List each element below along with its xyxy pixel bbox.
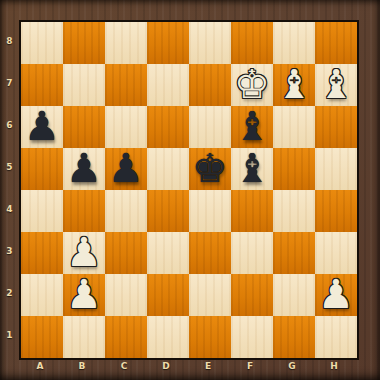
square-f4[interactable]: [231, 190, 273, 232]
square-c3[interactable]: [105, 232, 147, 274]
piece-white-bishop[interactable]: ♝: [276, 63, 312, 105]
square-h5[interactable]: [315, 148, 357, 190]
rank-label-5: 5: [0, 146, 19, 188]
square-a4[interactable]: [21, 190, 63, 232]
piece-white-king[interactable]: ♚: [234, 63, 270, 105]
rank-labels: 87654321: [0, 20, 19, 356]
file-label-c: C: [103, 356, 145, 376]
file-label-f: F: [229, 356, 271, 376]
square-a7[interactable]: [21, 64, 63, 106]
square-c2[interactable]: [105, 274, 147, 316]
square-d7[interactable]: [147, 64, 189, 106]
file-label-h: H: [313, 356, 355, 376]
square-g6[interactable]: [273, 106, 315, 148]
piece-white-pawn[interactable]: ♟: [66, 231, 102, 273]
rank-label-4: 4: [0, 188, 19, 230]
piece-white-bishop[interactable]: ♝: [318, 63, 354, 105]
square-f2[interactable]: [231, 274, 273, 316]
square-e5[interactable]: ♚: [189, 148, 231, 190]
piece-white-pawn[interactable]: ♟: [66, 273, 102, 315]
square-c1[interactable]: [105, 316, 147, 358]
square-c8[interactable]: [105, 22, 147, 64]
square-b6[interactable]: [63, 106, 105, 148]
square-c7[interactable]: [105, 64, 147, 106]
file-label-e: E: [187, 356, 229, 376]
square-f8[interactable]: [231, 22, 273, 64]
rank-label-7: 7: [0, 62, 19, 104]
square-g5[interactable]: [273, 148, 315, 190]
square-e8[interactable]: [189, 22, 231, 64]
chess-board-frame: 87654321 ♚♝♝♟♝♟♟♚♝♟♟♟ ABCDEFGH: [0, 0, 380, 380]
square-b7[interactable]: [63, 64, 105, 106]
square-h8[interactable]: [315, 22, 357, 64]
square-f6[interactable]: ♝: [231, 106, 273, 148]
piece-black-pawn[interactable]: ♟: [108, 147, 144, 189]
square-b2[interactable]: ♟: [63, 274, 105, 316]
square-a6[interactable]: ♟: [21, 106, 63, 148]
square-h1[interactable]: [315, 316, 357, 358]
square-e4[interactable]: [189, 190, 231, 232]
piece-black-king[interactable]: ♚: [192, 147, 228, 189]
rank-label-2: 2: [0, 272, 19, 314]
square-c4[interactable]: [105, 190, 147, 232]
square-a3[interactable]: [21, 232, 63, 274]
file-label-b: B: [61, 356, 103, 376]
square-h4[interactable]: [315, 190, 357, 232]
piece-black-pawn[interactable]: ♟: [66, 147, 102, 189]
piece-black-bishop[interactable]: ♝: [234, 147, 270, 189]
square-e2[interactable]: [189, 274, 231, 316]
square-b4[interactable]: [63, 190, 105, 232]
square-g4[interactable]: [273, 190, 315, 232]
square-e6[interactable]: [189, 106, 231, 148]
square-d1[interactable]: [147, 316, 189, 358]
square-g8[interactable]: [273, 22, 315, 64]
square-f5[interactable]: ♝: [231, 148, 273, 190]
square-e7[interactable]: [189, 64, 231, 106]
square-d6[interactable]: [147, 106, 189, 148]
square-h6[interactable]: [315, 106, 357, 148]
square-f7[interactable]: ♚: [231, 64, 273, 106]
square-e1[interactable]: [189, 316, 231, 358]
square-f3[interactable]: [231, 232, 273, 274]
square-g3[interactable]: [273, 232, 315, 274]
square-c6[interactable]: [105, 106, 147, 148]
square-a2[interactable]: [21, 274, 63, 316]
rank-label-6: 6: [0, 104, 19, 146]
square-b5[interactable]: ♟: [63, 148, 105, 190]
piece-white-pawn[interactable]: ♟: [318, 273, 354, 315]
square-b8[interactable]: [63, 22, 105, 64]
square-a8[interactable]: [21, 22, 63, 64]
square-d3[interactable]: [147, 232, 189, 274]
square-d5[interactable]: [147, 148, 189, 190]
chess-board: ♚♝♝♟♝♟♟♚♝♟♟♟: [19, 20, 359, 360]
piece-black-bishop[interactable]: ♝: [234, 105, 270, 147]
square-c5[interactable]: ♟: [105, 148, 147, 190]
square-b1[interactable]: [63, 316, 105, 358]
file-label-a: A: [19, 356, 61, 376]
square-h7[interactable]: ♝: [315, 64, 357, 106]
square-a1[interactable]: [21, 316, 63, 358]
square-e3[interactable]: [189, 232, 231, 274]
rank-label-1: 1: [0, 314, 19, 356]
square-g1[interactable]: [273, 316, 315, 358]
square-g7[interactable]: ♝: [273, 64, 315, 106]
square-h2[interactable]: ♟: [315, 274, 357, 316]
file-label-d: D: [145, 356, 187, 376]
square-g2[interactable]: [273, 274, 315, 316]
piece-black-pawn[interactable]: ♟: [24, 105, 60, 147]
square-h3[interactable]: [315, 232, 357, 274]
file-label-g: G: [271, 356, 313, 376]
square-b3[interactable]: ♟: [63, 232, 105, 274]
rank-label-3: 3: [0, 230, 19, 272]
file-labels: ABCDEFGH: [19, 356, 359, 376]
square-a5[interactable]: [21, 148, 63, 190]
square-d8[interactable]: [147, 22, 189, 64]
rank-label-8: 8: [0, 20, 19, 62]
square-f1[interactable]: [231, 316, 273, 358]
square-d4[interactable]: [147, 190, 189, 232]
square-d2[interactable]: [147, 274, 189, 316]
